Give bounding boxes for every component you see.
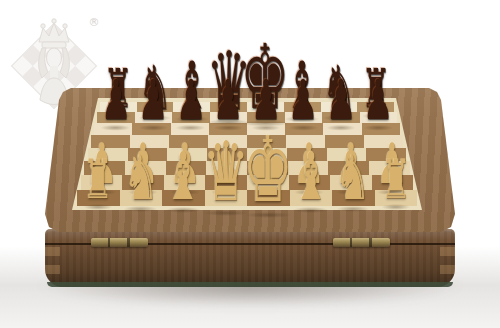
piece-white-king-e1: ♚ bbox=[228, 125, 309, 215]
pawn-glyph: ♟ bbox=[294, 137, 325, 193]
pawn-glyph: ♟ bbox=[288, 72, 319, 127]
pawn-glyph: ♟ bbox=[250, 72, 281, 127]
queen-glyph: ♛ bbox=[203, 131, 249, 213]
piece-black-pawn-b7: ♟ bbox=[128, 72, 177, 127]
rook-glyph: ♜ bbox=[361, 63, 391, 116]
knight-glyph: ♞ bbox=[336, 147, 370, 209]
piece-black-pawn-a7: ♟ bbox=[91, 72, 140, 127]
chess-box-photo: ® ♜♞♝♛♚♝♞♜♟♟♟♟♟♟♟♟♟♟♟♟♟♟♟♟♜♞♝♛♚♝♞♜ bbox=[0, 0, 500, 328]
knight-glyph: ♞ bbox=[138, 57, 172, 118]
bishop-glyph: ♝ bbox=[292, 144, 329, 210]
chess-pieces-layer: ♜♞♝♛♚♝♞♜♟♟♟♟♟♟♟♟♟♟♟♟♟♟♟♟♜♞♝♛♚♝♞♜ bbox=[0, 0, 500, 328]
pawn-glyph: ♟ bbox=[86, 137, 117, 193]
piece-white-pawn-e2: ♟ bbox=[243, 137, 293, 193]
pawn-glyph: ♟ bbox=[252, 137, 283, 193]
piece-white-rook-h1: ♜ bbox=[372, 153, 420, 207]
piece-black-king-e8: ♚ bbox=[226, 35, 305, 124]
pawn-glyph: ♟ bbox=[175, 72, 206, 127]
pawn-glyph: ♟ bbox=[211, 137, 242, 193]
piece-white-queen-d1: ♛ bbox=[189, 131, 263, 213]
piece-black-rook-a8: ♜ bbox=[94, 63, 142, 116]
piece-white-rook-a1: ♜ bbox=[74, 153, 122, 207]
piece-black-knight-b8: ♞ bbox=[128, 57, 183, 118]
knight-glyph: ♞ bbox=[123, 147, 157, 209]
rook-glyph: ♜ bbox=[83, 153, 113, 207]
piece-black-bishop-c8: ♝ bbox=[163, 54, 221, 119]
pawn-glyph: ♟ bbox=[128, 137, 159, 193]
pawn-glyph: ♟ bbox=[377, 137, 408, 193]
piece-black-pawn-f7: ♟ bbox=[279, 72, 328, 127]
piece-white-pawn-b2: ♟ bbox=[118, 137, 168, 193]
piece-white-bishop-f1: ♝ bbox=[281, 144, 340, 210]
piece-black-queen-d8: ♛ bbox=[192, 41, 264, 122]
piece-white-pawn-a2: ♟ bbox=[77, 137, 127, 193]
piece-black-pawn-c7: ♟ bbox=[166, 72, 215, 127]
rook-glyph: ♜ bbox=[103, 63, 133, 116]
piece-black-bishop-f8: ♝ bbox=[273, 54, 331, 119]
piece-white-pawn-h2: ♟ bbox=[367, 137, 417, 193]
piece-black-rook-h8: ♜ bbox=[352, 63, 400, 116]
piece-white-pawn-f2: ♟ bbox=[284, 137, 334, 193]
piece-white-knight-g1: ♞ bbox=[326, 147, 382, 209]
pawn-glyph: ♟ bbox=[325, 72, 356, 127]
knight-glyph: ♞ bbox=[322, 57, 356, 118]
pawn-glyph: ♟ bbox=[138, 72, 169, 127]
piece-black-pawn-d7: ♟ bbox=[203, 72, 252, 127]
piece-white-bishop-c1: ♝ bbox=[154, 144, 213, 210]
piece-black-pawn-g7: ♟ bbox=[316, 72, 365, 127]
piece-black-pawn-e7: ♟ bbox=[241, 72, 290, 127]
piece-white-pawn-c2: ♟ bbox=[160, 137, 210, 193]
queen-glyph: ♛ bbox=[206, 41, 251, 122]
piece-white-pawn-d2: ♟ bbox=[201, 137, 251, 193]
pawn-glyph: ♟ bbox=[335, 137, 366, 193]
piece-white-pawn-g2: ♟ bbox=[326, 137, 376, 193]
piece-black-knight-g8: ♞ bbox=[312, 57, 367, 118]
bishop-glyph: ♝ bbox=[174, 54, 210, 119]
piece-black-pawn-h7: ♟ bbox=[354, 72, 403, 127]
piece-white-knight-b1: ♞ bbox=[113, 147, 169, 209]
pawn-glyph: ♟ bbox=[213, 72, 244, 127]
king-glyph: ♚ bbox=[241, 35, 290, 124]
bishop-glyph: ♝ bbox=[165, 144, 202, 210]
pawn-glyph: ♟ bbox=[100, 72, 131, 127]
rook-glyph: ♜ bbox=[381, 153, 411, 207]
pawn-glyph: ♟ bbox=[363, 72, 394, 127]
bishop-glyph: ♝ bbox=[284, 54, 320, 119]
pawn-glyph: ♟ bbox=[169, 137, 200, 193]
king-glyph: ♚ bbox=[243, 125, 293, 215]
